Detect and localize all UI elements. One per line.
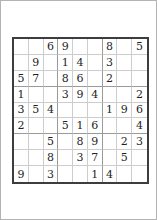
cell-r3c6[interactable]	[88, 71, 103, 87]
cell-r9c9[interactable]	[132, 166, 147, 182]
cell-r8c8[interactable]: 5	[117, 150, 132, 166]
cell-r2c9[interactable]	[132, 55, 147, 71]
cell-r8c7[interactable]	[103, 150, 118, 166]
cell-r1c1[interactable]	[14, 39, 29, 55]
cell-r4c9[interactable]: 2	[132, 87, 147, 103]
cell-r7c6[interactable]: 9	[88, 134, 103, 150]
cell-r2c8[interactable]	[117, 55, 132, 71]
cell-r5c6[interactable]	[88, 103, 103, 119]
cell-r5c5[interactable]	[73, 103, 88, 119]
cell-r8c1[interactable]	[14, 150, 29, 166]
cell-r7c1[interactable]	[14, 134, 29, 150]
cell-r7c2[interactable]	[29, 134, 44, 150]
cell-r3c8[interactable]	[117, 71, 132, 87]
cell-r1c3[interactable]: 6	[44, 39, 59, 55]
cell-r6c9[interactable]: 4	[132, 118, 147, 134]
cell-r1c5[interactable]	[73, 39, 88, 55]
cell-r8c2[interactable]	[29, 150, 44, 166]
cell-r2c3[interactable]	[44, 55, 59, 71]
cell-r5c4[interactable]	[58, 103, 73, 119]
cell-r7c4[interactable]	[58, 134, 73, 150]
cell-r9c8[interactable]	[117, 166, 132, 182]
cell-r5c1[interactable]: 3	[14, 103, 29, 119]
cell-r8c4[interactable]	[58, 150, 73, 166]
cell-r2c7[interactable]: 3	[103, 55, 118, 71]
cell-r4c2[interactable]	[29, 87, 44, 103]
cell-r9c5[interactable]	[73, 166, 88, 182]
cell-r3c7[interactable]: 2	[103, 71, 118, 87]
cell-r6c7[interactable]	[103, 118, 118, 134]
cell-r2c2[interactable]: 9	[29, 55, 44, 71]
puzzle-page: 6985914357862139423541962516458923837593…	[0, 0, 157, 220]
cell-r6c5[interactable]: 1	[73, 118, 88, 134]
cell-r3c3[interactable]	[44, 71, 59, 87]
sudoku-grid: 6985914357862139423541962516458923837593…	[12, 37, 149, 184]
cell-r3c5[interactable]: 6	[73, 71, 88, 87]
cell-r7c8[interactable]: 2	[117, 134, 132, 150]
cell-r1c9[interactable]: 5	[132, 39, 147, 55]
cell-r4c7[interactable]	[103, 87, 118, 103]
cell-r3c1[interactable]: 5	[14, 71, 29, 87]
cell-r8c6[interactable]: 7	[88, 150, 103, 166]
cell-r7c9[interactable]: 3	[132, 134, 147, 150]
cell-r1c7[interactable]: 8	[103, 39, 118, 55]
cell-r6c1[interactable]: 2	[14, 118, 29, 134]
cell-r9c2[interactable]	[29, 166, 44, 182]
cell-r9c1[interactable]: 9	[14, 166, 29, 182]
cell-r6c8[interactable]	[117, 118, 132, 134]
cell-r6c3[interactable]	[44, 118, 59, 134]
cell-r9c7[interactable]: 4	[103, 166, 118, 182]
cell-r4c5[interactable]: 9	[73, 87, 88, 103]
cell-r5c8[interactable]: 9	[117, 103, 132, 119]
cell-r5c9[interactable]: 6	[132, 103, 147, 119]
cell-r6c2[interactable]	[29, 118, 44, 134]
cell-r3c2[interactable]: 7	[29, 71, 44, 87]
cell-r7c3[interactable]: 5	[44, 134, 59, 150]
cell-r6c6[interactable]: 6	[88, 118, 103, 134]
cell-r5c7[interactable]: 1	[103, 103, 118, 119]
cell-r2c6[interactable]	[88, 55, 103, 71]
cell-r2c1[interactable]	[14, 55, 29, 71]
cell-r8c9[interactable]	[132, 150, 147, 166]
cell-r4c4[interactable]: 3	[58, 87, 73, 103]
cell-r7c7[interactable]	[103, 134, 118, 150]
cell-r5c2[interactable]: 5	[29, 103, 44, 119]
cell-r1c6[interactable]	[88, 39, 103, 55]
cell-r1c2[interactable]	[29, 39, 44, 55]
cell-r4c3[interactable]	[44, 87, 59, 103]
cell-r2c5[interactable]: 4	[73, 55, 88, 71]
cell-r4c6[interactable]: 4	[88, 87, 103, 103]
cell-r7c5[interactable]: 8	[73, 134, 88, 150]
cell-r8c3[interactable]: 8	[44, 150, 59, 166]
cell-r1c4[interactable]: 9	[58, 39, 73, 55]
cell-r9c4[interactable]	[58, 166, 73, 182]
cell-r2c4[interactable]: 1	[58, 55, 73, 71]
cell-r9c3[interactable]: 3	[44, 166, 59, 182]
cell-r3c4[interactable]: 8	[58, 71, 73, 87]
cell-r9c6[interactable]: 1	[88, 166, 103, 182]
cell-r1c8[interactable]	[117, 39, 132, 55]
cell-r8c5[interactable]: 3	[73, 150, 88, 166]
cell-r4c1[interactable]: 1	[14, 87, 29, 103]
cell-r6c4[interactable]: 5	[58, 118, 73, 134]
cell-r4c8[interactable]	[117, 87, 132, 103]
cell-r3c9[interactable]	[132, 71, 147, 87]
cell-r5c3[interactable]: 4	[44, 103, 59, 119]
